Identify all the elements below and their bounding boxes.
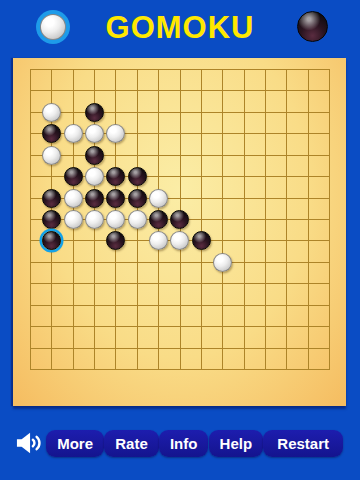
board-cell[interactable] — [84, 80, 105, 101]
board-cell[interactable] — [255, 252, 276, 273]
board-cell[interactable] — [212, 316, 233, 337]
board-cell[interactable] — [297, 359, 318, 380]
board-cell[interactable] — [233, 144, 254, 165]
board-cell[interactable] — [191, 273, 212, 294]
board-cell[interactable] — [212, 80, 233, 101]
board-cell[interactable] — [105, 230, 126, 251]
board-cell[interactable] — [84, 359, 105, 380]
board-cell[interactable] — [297, 187, 318, 208]
board-cell[interactable] — [255, 187, 276, 208]
board-cell[interactable] — [127, 294, 148, 315]
board-cell[interactable] — [63, 102, 84, 123]
board-cell[interactable] — [191, 359, 212, 380]
board-cell[interactable] — [127, 102, 148, 123]
board-cell[interactable] — [255, 316, 276, 337]
board-cell[interactable] — [41, 230, 62, 251]
board-cell[interactable] — [191, 187, 212, 208]
board-cell[interactable] — [20, 123, 41, 144]
board-cell[interactable] — [63, 273, 84, 294]
board-cell[interactable] — [276, 337, 297, 358]
board-cell[interactable] — [191, 316, 212, 337]
board-cell[interactable] — [127, 80, 148, 101]
board-cell[interactable] — [127, 273, 148, 294]
board-cell[interactable] — [212, 230, 233, 251]
board-cell[interactable] — [41, 187, 62, 208]
black-stone — [106, 167, 125, 186]
board-cell[interactable] — [105, 187, 126, 208]
board-cell[interactable] — [276, 252, 297, 273]
last-move-stone — [42, 231, 61, 250]
board-cell[interactable] — [169, 102, 190, 123]
board-cell[interactable] — [276, 316, 297, 337]
board-cell[interactable] — [255, 273, 276, 294]
board-cell[interactable] — [105, 59, 126, 80]
board-cell[interactable] — [297, 123, 318, 144]
board-cell[interactable] — [148, 273, 169, 294]
board-cell[interactable] — [127, 337, 148, 358]
board-cell[interactable] — [20, 187, 41, 208]
board-cell[interactable] — [276, 80, 297, 101]
white-stone — [149, 189, 168, 208]
white-stone — [85, 124, 104, 143]
board-cell[interactable] — [297, 80, 318, 101]
board-cell[interactable] — [212, 59, 233, 80]
white-stone — [85, 167, 104, 186]
board-cell[interactable] — [105, 123, 126, 144]
board-cell[interactable] — [169, 252, 190, 273]
black-stone — [170, 210, 189, 229]
board-cell[interactable] — [20, 294, 41, 315]
board-cell[interactable] — [127, 252, 148, 273]
board-cell[interactable] — [105, 359, 126, 380]
board-cell[interactable] — [41, 252, 62, 273]
board-cell[interactable] — [255, 337, 276, 358]
board-cell[interactable] — [84, 166, 105, 187]
board-cell[interactable] — [63, 144, 84, 165]
speaker-on-icon — [16, 429, 46, 457]
board-cell[interactable] — [297, 294, 318, 315]
white-stone — [64, 210, 83, 229]
board-cell[interactable] — [63, 337, 84, 358]
board-cell[interactable] — [84, 144, 105, 165]
board-cell[interactable] — [148, 80, 169, 101]
board-cell[interactable] — [148, 294, 169, 315]
white-stone — [64, 189, 83, 208]
white-stone — [149, 231, 168, 250]
board-cell[interactable] — [148, 337, 169, 358]
board-cell[interactable] — [255, 294, 276, 315]
board-cell[interactable] — [255, 230, 276, 251]
board-cell[interactable] — [41, 337, 62, 358]
board-cell[interactable] — [20, 209, 41, 230]
board-cell[interactable] — [41, 166, 62, 187]
board-cell[interactable] — [148, 144, 169, 165]
black-stone — [128, 167, 147, 186]
board-cell[interactable] — [191, 230, 212, 251]
white-stone — [42, 103, 61, 122]
board-cell[interactable] — [233, 359, 254, 380]
board-cell[interactable] — [233, 316, 254, 337]
board-cell[interactable] — [169, 230, 190, 251]
board-cell[interactable] — [84, 337, 105, 358]
board-cell[interactable] — [233, 252, 254, 273]
white-stone — [128, 210, 147, 229]
board-cell[interactable] — [63, 209, 84, 230]
black-stone — [85, 189, 104, 208]
board-cell[interactable] — [297, 273, 318, 294]
board-cell[interactable] — [148, 230, 169, 251]
board-cell[interactable] — [191, 80, 212, 101]
board-cell[interactable] — [84, 230, 105, 251]
board-cell[interactable] — [169, 123, 190, 144]
board-cell[interactable] — [212, 337, 233, 358]
board-cell[interactable] — [191, 209, 212, 230]
board-cell[interactable] — [63, 166, 84, 187]
board-cell[interactable] — [191, 252, 212, 273]
board-cell[interactable] — [255, 144, 276, 165]
board-cell[interactable] — [84, 187, 105, 208]
board-cell[interactable] — [41, 59, 62, 80]
board-cell[interactable] — [319, 337, 340, 358]
board-cell[interactable] — [319, 144, 340, 165]
board-cell[interactable] — [297, 316, 318, 337]
board-cell[interactable] — [191, 59, 212, 80]
board-cell[interactable] — [63, 359, 84, 380]
board-cell[interactable] — [63, 316, 84, 337]
board-cell[interactable] — [148, 252, 169, 273]
board-grid[interactable] — [20, 59, 340, 380]
help-button[interactable]: Help — [209, 430, 264, 457]
board-cell[interactable] — [255, 59, 276, 80]
board-cell[interactable] — [41, 144, 62, 165]
board-cell[interactable] — [255, 102, 276, 123]
board-cell[interactable] — [20, 80, 41, 101]
board-cell[interactable] — [105, 102, 126, 123]
board-cell[interactable] — [20, 230, 41, 251]
board-cell[interactable] — [20, 252, 41, 273]
board-cell[interactable] — [233, 230, 254, 251]
board-cell[interactable] — [127, 144, 148, 165]
board-cell[interactable] — [169, 80, 190, 101]
board-cell[interactable] — [20, 316, 41, 337]
board-cell[interactable] — [169, 166, 190, 187]
board-cell[interactable] — [148, 123, 169, 144]
board-cell[interactable] — [319, 252, 340, 273]
board-cell[interactable] — [127, 166, 148, 187]
board-cell[interactable] — [105, 80, 126, 101]
board-cell[interactable] — [148, 102, 169, 123]
board-cell[interactable] — [212, 123, 233, 144]
toolbar: More Rate Info Help Restart — [0, 406, 360, 480]
board-cell[interactable] — [169, 337, 190, 358]
board-cell[interactable] — [41, 102, 62, 123]
black-stone — [85, 103, 104, 122]
board-cell[interactable] — [191, 123, 212, 144]
board-cell[interactable] — [41, 273, 62, 294]
black-stone — [192, 231, 211, 250]
board-cell[interactable] — [169, 209, 190, 230]
white-stone — [106, 210, 125, 229]
board-cell[interactable] — [169, 144, 190, 165]
board-cell[interactable] — [105, 294, 126, 315]
board-cell[interactable] — [276, 59, 297, 80]
board-cell[interactable] — [105, 273, 126, 294]
board-cell[interactable] — [319, 102, 340, 123]
board-cell[interactable] — [233, 123, 254, 144]
board-cell[interactable] — [255, 166, 276, 187]
board-cell[interactable] — [20, 59, 41, 80]
board-cell[interactable] — [191, 102, 212, 123]
board-cell[interactable] — [319, 59, 340, 80]
black-stone — [42, 210, 61, 229]
board-cell[interactable] — [169, 59, 190, 80]
board-cell[interactable] — [233, 337, 254, 358]
board-cell[interactable] — [127, 316, 148, 337]
board-cell[interactable] — [20, 337, 41, 358]
board-cell[interactable] — [319, 273, 340, 294]
board-cell[interactable] — [191, 166, 212, 187]
board-cell[interactable] — [233, 209, 254, 230]
board-cell[interactable] — [233, 187, 254, 208]
board-cell[interactable] — [41, 316, 62, 337]
board-cell[interactable] — [20, 273, 41, 294]
black-stone — [42, 189, 61, 208]
black-stone — [85, 146, 104, 165]
board-cell[interactable] — [297, 337, 318, 358]
board-cell[interactable] — [276, 230, 297, 251]
restart-button[interactable]: Restart — [263, 430, 343, 457]
board-cell[interactable] — [212, 144, 233, 165]
board-cell[interactable] — [63, 80, 84, 101]
black-stone — [149, 210, 168, 229]
board-cell[interactable] — [63, 294, 84, 315]
board-cell[interactable] — [63, 252, 84, 273]
board-cell[interactable] — [297, 102, 318, 123]
board-cell[interactable] — [233, 102, 254, 123]
board-cell[interactable] — [41, 294, 62, 315]
board-cell[interactable] — [84, 316, 105, 337]
board-cell[interactable] — [148, 187, 169, 208]
black-stone — [128, 189, 147, 208]
board-cell[interactable] — [212, 252, 233, 273]
board-cell[interactable] — [127, 359, 148, 380]
board-cell[interactable] — [20, 166, 41, 187]
board-cell[interactable] — [276, 102, 297, 123]
board-cell[interactable] — [41, 209, 62, 230]
board-cell[interactable] — [127, 209, 148, 230]
board-cell[interactable] — [127, 123, 148, 144]
board-cell[interactable] — [191, 144, 212, 165]
board-cell[interactable] — [105, 144, 126, 165]
board-cell[interactable] — [233, 80, 254, 101]
board-cell[interactable] — [255, 209, 276, 230]
board-cell[interactable] — [319, 123, 340, 144]
board-cell[interactable] — [169, 187, 190, 208]
black-stone — [42, 124, 61, 143]
header-bar: GOMOKU — [0, 0, 360, 58]
board-cell[interactable] — [41, 80, 62, 101]
board-cell[interactable] — [212, 209, 233, 230]
board-cell[interactable] — [169, 316, 190, 337]
board-cell[interactable] — [169, 273, 190, 294]
more-button[interactable]: More — [46, 430, 104, 457]
board-cell[interactable] — [84, 273, 105, 294]
board-cell[interactable] — [105, 166, 126, 187]
white-stone — [42, 146, 61, 165]
board-cell[interactable] — [169, 294, 190, 315]
board-cell[interactable] — [84, 123, 105, 144]
board-cell[interactable] — [63, 59, 84, 80]
board-cell[interactable] — [169, 359, 190, 380]
white-stone — [64, 124, 83, 143]
board-cell[interactable] — [319, 209, 340, 230]
board-cell[interactable] — [212, 102, 233, 123]
board-cell[interactable] — [319, 359, 340, 380]
game-board — [13, 58, 346, 406]
board-cell[interactable] — [212, 273, 233, 294]
board-cell[interactable] — [319, 80, 340, 101]
rate-button[interactable]: Rate — [104, 430, 159, 457]
board-cell[interactable] — [84, 294, 105, 315]
black-stone — [106, 231, 125, 250]
board-cell[interactable] — [191, 337, 212, 358]
board-cell[interactable] — [319, 166, 340, 187]
board-cell[interactable] — [297, 252, 318, 273]
board-cell[interactable] — [276, 294, 297, 315]
board-cell[interactable] — [297, 144, 318, 165]
board-cell[interactable] — [20, 144, 41, 165]
board-cell[interactable] — [84, 209, 105, 230]
board-cell[interactable] — [319, 316, 340, 337]
board-cell[interactable] — [191, 294, 212, 315]
board-cell[interactable] — [148, 316, 169, 337]
board-cell[interactable] — [212, 294, 233, 315]
board-cell[interactable] — [276, 273, 297, 294]
board-cell[interactable] — [319, 294, 340, 315]
board-cell[interactable] — [41, 123, 62, 144]
board-cell[interactable] — [212, 166, 233, 187]
board-cell[interactable] — [276, 359, 297, 380]
board-cell[interactable] — [319, 230, 340, 251]
app-window: GOMOKU More Rate Info Help Restart — [0, 0, 360, 480]
board-cell[interactable] — [105, 209, 126, 230]
board-cell[interactable] — [105, 252, 126, 273]
board-cell[interactable] — [276, 123, 297, 144]
board-cell[interactable] — [212, 187, 233, 208]
info-button[interactable]: Info — [159, 430, 209, 457]
board-cell[interactable] — [276, 209, 297, 230]
board-cell[interactable] — [63, 230, 84, 251]
board-cell[interactable] — [127, 230, 148, 251]
board-cell[interactable] — [276, 166, 297, 187]
white-stone — [213, 253, 232, 272]
board-cell[interactable] — [297, 59, 318, 80]
board-cell[interactable] — [63, 123, 84, 144]
black-stone — [64, 167, 83, 186]
sound-toggle-button[interactable] — [16, 429, 46, 457]
board-cell[interactable] — [233, 273, 254, 294]
board-cell[interactable] — [297, 209, 318, 230]
board-cell[interactable] — [255, 123, 276, 144]
board-cell[interactable] — [255, 359, 276, 380]
board-cell[interactable] — [63, 187, 84, 208]
board-cell[interactable] — [212, 359, 233, 380]
board-cell[interactable] — [297, 230, 318, 251]
board-cell[interactable] — [233, 166, 254, 187]
board-cell[interactable] — [105, 337, 126, 358]
board-cell[interactable] — [233, 294, 254, 315]
black-stone-icon — [297, 11, 328, 42]
board-cell[interactable] — [319, 187, 340, 208]
board-cell[interactable] — [84, 102, 105, 123]
white-stone — [106, 124, 125, 143]
white-stone — [170, 231, 189, 250]
board-cell[interactable] — [105, 316, 126, 337]
board-cell[interactable] — [20, 359, 41, 380]
board-cell[interactable] — [84, 59, 105, 80]
board-cell[interactable] — [297, 166, 318, 187]
white-stone — [85, 210, 104, 229]
board-cell[interactable] — [148, 209, 169, 230]
board-cell[interactable] — [148, 166, 169, 187]
board-cell[interactable] — [127, 187, 148, 208]
board-cell[interactable] — [41, 359, 62, 380]
board-cell[interactable] — [127, 59, 148, 80]
board-cell[interactable] — [233, 59, 254, 80]
board-cell[interactable] — [20, 102, 41, 123]
black-stone — [106, 189, 125, 208]
board-cell[interactable] — [84, 252, 105, 273]
board-cell[interactable] — [148, 59, 169, 80]
board-cell[interactable] — [255, 80, 276, 101]
board-cell[interactable] — [276, 187, 297, 208]
board-cell[interactable] — [276, 144, 297, 165]
board-cell[interactable] — [148, 359, 169, 380]
